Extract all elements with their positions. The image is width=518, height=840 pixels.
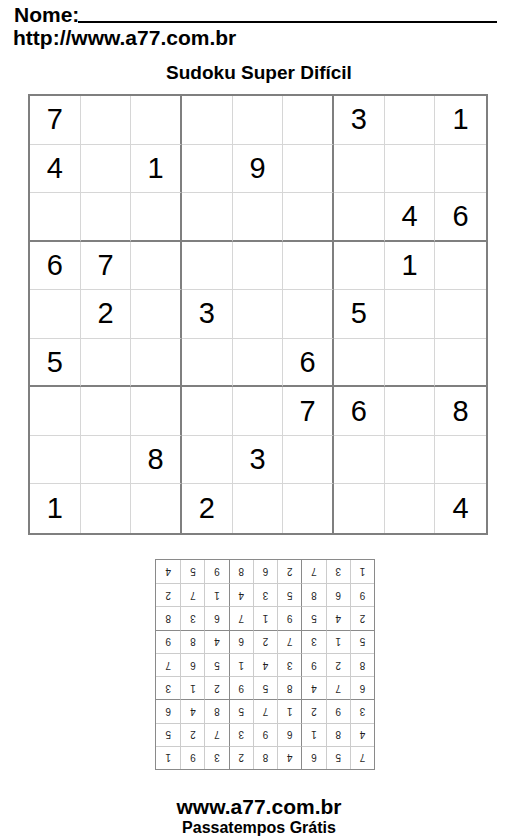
cell-r4c7 [334, 242, 385, 291]
solution-cell-r4c6: 9 [229, 676, 253, 699]
solution-cell-r4c7: 2 [204, 676, 228, 699]
cell-r7c8 [385, 387, 436, 436]
solution-cell-r4c2: 7 [326, 676, 350, 699]
solution-cell-r8c2: 6 [326, 583, 350, 606]
cell-r7c2 [81, 387, 132, 436]
cell-r6c1: 5 [30, 339, 81, 388]
cell-r3c7 [334, 193, 385, 242]
solution-cell-r2c1: 4 [350, 723, 374, 746]
solution-cell-r7c6: 7 [229, 606, 253, 629]
solution-cell-r9c1: 1 [350, 560, 374, 583]
solution-cell-r1c1: 7 [350, 746, 374, 769]
cell-r1c7: 3 [334, 96, 385, 145]
cell-r6c8 [385, 339, 436, 388]
cell-r4c6 [283, 242, 334, 291]
cell-r4c2: 7 [81, 242, 132, 291]
cell-r6c4 [182, 339, 233, 388]
cell-r7c1 [30, 387, 81, 436]
cell-r2c4 [182, 145, 233, 194]
cell-r7c6: 7 [283, 387, 334, 436]
name-fill-line [78, 21, 497, 23]
solution-cell-r1c7: 3 [204, 746, 228, 769]
cell-r1c3 [131, 96, 182, 145]
cell-r5c4: 3 [182, 290, 233, 339]
solution-cell-r2c8: 2 [180, 723, 204, 746]
cell-r1c9: 1 [435, 96, 486, 145]
cell-r2c6 [283, 145, 334, 194]
solution-cell-r7c1: 2 [350, 606, 374, 629]
cell-r1c5 [233, 96, 284, 145]
sudoku-worksheet-page: Nome: http://www.a77.com.br Sudoku Super… [0, 0, 518, 840]
cell-r5c9 [435, 290, 486, 339]
solution-cell-r3c5: 7 [253, 699, 277, 722]
cell-r9c2 [81, 484, 132, 533]
solution-cell-r6c8: 8 [180, 630, 204, 653]
cell-r7c3 [131, 387, 182, 436]
solution-cell-r4c8: 1 [180, 676, 204, 699]
cell-r5c6 [283, 290, 334, 339]
footer-site-text: www.a77.com.br [0, 795, 518, 819]
solution-cell-r3c7: 8 [204, 699, 228, 722]
solution-cell-r6c1: 5 [350, 630, 374, 653]
solution-cell-r3c3: 2 [301, 699, 325, 722]
cell-r5c1 [30, 290, 81, 339]
solution-cell-r8c4: 5 [277, 583, 301, 606]
cell-r9c7 [334, 484, 385, 533]
solution-cell-r7c3: 5 [301, 606, 325, 629]
solution-cell-r5c3: 9 [301, 653, 325, 676]
cell-r3c8: 4 [385, 193, 436, 242]
cell-r9c5 [233, 484, 284, 533]
solution-cell-r8c7: 1 [204, 583, 228, 606]
cell-r8c6 [283, 436, 334, 485]
solution-cell-r7c4: 9 [277, 606, 301, 629]
footer-tagline-text: Passatempos Grátis [0, 819, 518, 837]
cell-r4c5 [233, 242, 284, 291]
solution-cell-r9c4: 2 [277, 560, 301, 583]
cell-r3c5 [233, 193, 284, 242]
solution-cell-r1c8: 9 [180, 746, 204, 769]
solution-cell-r9c7: 9 [204, 560, 228, 583]
cell-r2c3: 1 [131, 145, 182, 194]
cell-r9c6 [283, 484, 334, 533]
cell-r6c3 [131, 339, 182, 388]
solution-cell-r2c5: 9 [253, 723, 277, 746]
solution-cell-r7c2: 4 [326, 606, 350, 629]
cell-r1c4 [182, 96, 233, 145]
cell-r2c9 [435, 145, 486, 194]
solution-cell-r6c6: 6 [229, 630, 253, 653]
solution-cell-r9c3: 7 [301, 560, 325, 583]
solution-cell-r5c2: 2 [326, 653, 350, 676]
solution-cell-r2c3: 1 [301, 723, 325, 746]
solution-cell-r5c1: 8 [350, 653, 374, 676]
cell-r3c3 [131, 193, 182, 242]
name-label: Nome: [14, 3, 79, 27]
solution-cell-r8c8: 7 [180, 583, 204, 606]
solution-cell-r1c2: 5 [326, 746, 350, 769]
solution-cell-r1c3: 6 [301, 746, 325, 769]
puzzle-title: Sudoku Super Difícil [0, 62, 518, 84]
cell-r1c6 [283, 96, 334, 145]
solution-cell-r8c6: 4 [229, 583, 253, 606]
cell-r3c4 [182, 193, 233, 242]
solution-cell-r6c7: 4 [204, 630, 228, 653]
cell-r7c4 [182, 387, 233, 436]
cell-r8c2 [81, 436, 132, 485]
solution-cell-r9c8: 5 [180, 560, 204, 583]
solution-cell-r9c9: 4 [156, 560, 180, 583]
cell-r6c7 [334, 339, 385, 388]
cell-r4c8: 1 [385, 242, 436, 291]
solution-cell-r3c2: 9 [326, 699, 350, 722]
solution-cell-r6c3: 3 [301, 630, 325, 653]
cell-r9c3 [131, 484, 182, 533]
cell-r5c8 [385, 290, 436, 339]
cell-r7c5 [233, 387, 284, 436]
solution-cell-r6c4: 7 [277, 630, 301, 653]
cell-r9c9: 4 [435, 484, 486, 533]
cell-r5c7: 5 [334, 290, 385, 339]
cell-r2c1: 4 [30, 145, 81, 194]
solution-cell-r9c2: 3 [326, 560, 350, 583]
solution-cell-r5c7: 5 [204, 653, 228, 676]
cell-r6c2 [81, 339, 132, 388]
cell-r9c1: 1 [30, 484, 81, 533]
cell-r4c9 [435, 242, 486, 291]
cell-r6c6: 6 [283, 339, 334, 388]
cell-r3c1 [30, 193, 81, 242]
solution-cell-r5c5: 4 [253, 653, 277, 676]
solution-cell-r9c5: 6 [253, 560, 277, 583]
solution-grid: 7564823914816937253921758466748592138293… [155, 559, 375, 770]
solution-cell-r6c5: 2 [253, 630, 277, 653]
cell-r8c4 [182, 436, 233, 485]
cell-r8c1 [30, 436, 81, 485]
solution-cell-r3c8: 4 [180, 699, 204, 722]
cell-r4c3 [131, 242, 182, 291]
cell-r3c9: 6 [435, 193, 486, 242]
solution-cell-r3c6: 5 [229, 699, 253, 722]
site-url-text: http://www.a77.com.br [13, 26, 236, 50]
cell-r5c5 [233, 290, 284, 339]
solution-cell-r5c9: 7 [156, 653, 180, 676]
solution-cell-r2c9: 5 [156, 723, 180, 746]
solution-cell-r1c9: 1 [156, 746, 180, 769]
cell-r7c9: 8 [435, 387, 486, 436]
cell-r8c3: 8 [131, 436, 182, 485]
cell-r5c2: 2 [81, 290, 132, 339]
solution-cell-r6c2: 1 [326, 630, 350, 653]
cell-r9c4: 2 [182, 484, 233, 533]
solution-cell-r3c1: 3 [350, 699, 374, 722]
solution-cell-r9c6: 8 [229, 560, 253, 583]
cell-r6c5 [233, 339, 284, 388]
solution-cell-r4c4: 8 [277, 676, 301, 699]
solution-cell-r4c9: 3 [156, 676, 180, 699]
cell-r1c2 [81, 96, 132, 145]
solution-cell-r2c4: 6 [277, 723, 301, 746]
solution-cell-r1c6: 2 [229, 746, 253, 769]
cell-r3c6 [283, 193, 334, 242]
solution-cell-r6c9: 9 [156, 630, 180, 653]
cell-r3c2 [81, 193, 132, 242]
solution-cell-r8c9: 2 [156, 583, 180, 606]
cell-r8c5: 3 [233, 436, 284, 485]
solution-cell-r5c6: 1 [229, 653, 253, 676]
cell-r2c8 [385, 145, 436, 194]
solution-cell-r8c1: 9 [350, 583, 374, 606]
cell-r2c2 [81, 145, 132, 194]
cell-r8c8 [385, 436, 436, 485]
solution-cell-r3c4: 1 [277, 699, 301, 722]
cell-r4c1: 6 [30, 242, 81, 291]
puzzle-grid: 731419466712355676883124 [28, 94, 488, 535]
solution-cell-r1c5: 8 [253, 746, 277, 769]
solution-cell-r8c3: 8 [301, 583, 325, 606]
solution-cell-r8c5: 3 [253, 583, 277, 606]
solution-cell-r7c7: 6 [204, 606, 228, 629]
solution-cell-r4c5: 5 [253, 676, 277, 699]
cell-r6c9 [435, 339, 486, 388]
solution-cell-r1c4: 4 [277, 746, 301, 769]
cell-r2c5: 9 [233, 145, 284, 194]
cell-r4c4 [182, 242, 233, 291]
solution-cell-r2c2: 8 [326, 723, 350, 746]
solution-cell-r3c9: 6 [156, 699, 180, 722]
cell-r8c9 [435, 436, 486, 485]
solution-cell-r4c3: 4 [301, 676, 325, 699]
solution-cell-r5c8: 6 [180, 653, 204, 676]
solution-cell-r2c7: 7 [204, 723, 228, 746]
solution-cell-r7c8: 3 [180, 606, 204, 629]
solution-cell-r5c4: 3 [277, 653, 301, 676]
solution-cell-r4c1: 6 [350, 676, 374, 699]
cell-r8c7 [334, 436, 385, 485]
cell-r9c8 [385, 484, 436, 533]
cell-r2c7 [334, 145, 385, 194]
solution-cell-r7c9: 8 [156, 606, 180, 629]
solution-cell-r7c5: 1 [253, 606, 277, 629]
cell-r7c7: 6 [334, 387, 385, 436]
solution-cell-r2c6: 3 [229, 723, 253, 746]
cell-r5c3 [131, 290, 182, 339]
cell-r1c8 [385, 96, 436, 145]
cell-r1c1: 7 [30, 96, 81, 145]
